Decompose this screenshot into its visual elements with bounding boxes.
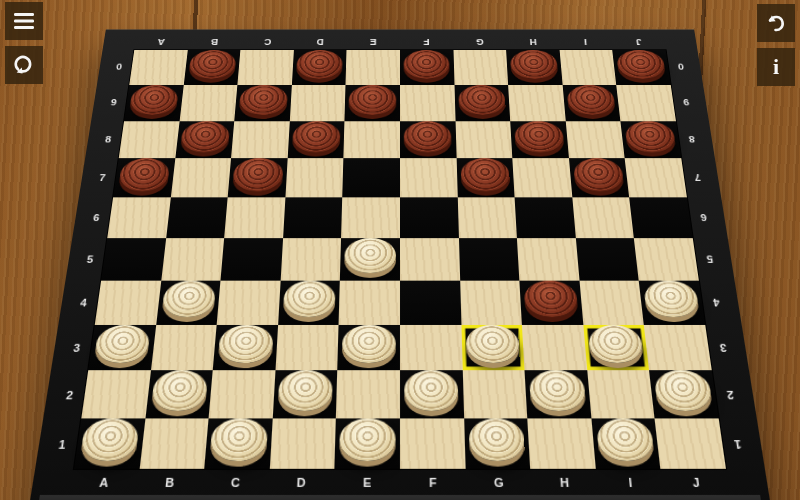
white-piece-G3[interactable] <box>465 324 520 363</box>
square-E9[interactable] <box>345 84 400 120</box>
square-B3[interactable] <box>151 324 217 370</box>
square-F6[interactable] <box>400 197 459 238</box>
scene: ABCDEFGHIJ 0987654321 0987654321 ABCDEFG… <box>0 0 800 500</box>
white-piece-J4[interactable] <box>643 280 700 317</box>
square-E2[interactable] <box>336 370 400 418</box>
square-I4[interactable] <box>579 280 644 324</box>
col-label-top-J: J <box>612 34 667 49</box>
square-C7[interactable] <box>228 158 288 197</box>
row-label-right-3: 3 <box>706 324 740 370</box>
white-piece-C1[interactable] <box>210 418 268 460</box>
square-A9[interactable] <box>124 84 183 120</box>
square-G9[interactable] <box>454 84 510 120</box>
square-I9[interactable] <box>562 84 620 120</box>
white-piece-J2[interactable] <box>654 370 713 410</box>
square-J8[interactable] <box>621 120 682 158</box>
white-piece-G1[interactable] <box>468 418 525 460</box>
red-piece-D8[interactable] <box>292 120 341 151</box>
square-C6[interactable] <box>224 197 285 238</box>
square-E0[interactable] <box>346 50 400 85</box>
red-piece-I9[interactable] <box>566 84 616 114</box>
red-piece-H0[interactable] <box>510 50 558 79</box>
square-G4[interactable] <box>460 280 522 324</box>
col-label-top-A: A <box>133 34 188 49</box>
highlighted-square-I3[interactable] <box>583 324 649 370</box>
square-C8[interactable] <box>231 120 289 158</box>
square-D6[interactable] <box>283 197 343 238</box>
square-I5[interactable] <box>576 238 639 280</box>
square-H3[interactable] <box>522 324 587 370</box>
col-label-bottom-H: H <box>531 469 599 494</box>
row-label-right-1: 1 <box>720 419 756 469</box>
col-label-bottom-J: J <box>662 469 731 494</box>
square-D5[interactable] <box>280 238 341 280</box>
square-E6[interactable] <box>341 197 400 238</box>
row-label-right-8: 8 <box>677 120 707 158</box>
square-H9[interactable] <box>508 84 565 120</box>
square-D4[interactable] <box>278 280 340 324</box>
col-label-top-B: B <box>187 34 242 49</box>
square-A3[interactable] <box>88 324 156 370</box>
square-I2[interactable] <box>587 370 655 418</box>
row-label-right-7: 7 <box>682 158 713 197</box>
square-B1[interactable] <box>139 418 209 468</box>
col-label-top-C: C <box>240 34 294 49</box>
square-C3[interactable] <box>213 324 278 370</box>
row-label-right-2: 2 <box>713 371 748 419</box>
col-label-top-I: I <box>559 34 614 49</box>
square-B4[interactable] <box>156 280 221 324</box>
red-piece-G7[interactable] <box>460 158 510 191</box>
square-B0[interactable] <box>183 50 240 85</box>
white-piece-I1[interactable] <box>596 418 656 460</box>
col-label-bottom-A: A <box>69 469 138 494</box>
red-piece-F8[interactable] <box>404 120 452 151</box>
square-E4[interactable] <box>339 280 400 324</box>
square-A4[interactable] <box>95 280 161 324</box>
bottom-column-labels: ABCDEFGHIJ <box>69 469 731 494</box>
white-piece-I3[interactable] <box>587 324 644 363</box>
square-G6[interactable] <box>457 197 517 238</box>
square-C5[interactable] <box>221 238 283 280</box>
square-E8[interactable] <box>344 120 400 158</box>
restart-icon <box>12 53 36 77</box>
white-piece-F2[interactable] <box>404 370 459 410</box>
square-H8[interactable] <box>510 120 568 158</box>
square-E7[interactable] <box>343 158 400 197</box>
col-label-top-D: D <box>293 34 347 49</box>
square-A2[interactable] <box>81 370 150 418</box>
square-I8[interactable] <box>566 120 625 158</box>
square-E3[interactable] <box>338 324 400 370</box>
red-piece-E9[interactable] <box>349 84 396 114</box>
square-J1[interactable] <box>655 418 726 468</box>
square-G7[interactable] <box>456 158 515 197</box>
square-H1[interactable] <box>527 418 595 468</box>
menu-button[interactable] <box>5 2 43 40</box>
square-B7[interactable] <box>170 158 231 197</box>
square-I6[interactable] <box>572 197 634 238</box>
highlighted-square-G3[interactable] <box>461 324 525 370</box>
undo-button[interactable] <box>757 4 795 42</box>
checkers-board: ABCDEFGHIJ 0987654321 0987654321 ABCDEFG… <box>25 29 774 500</box>
white-piece-D2[interactable] <box>277 370 333 410</box>
square-A7[interactable] <box>113 158 175 197</box>
red-piece-J8[interactable] <box>625 120 677 151</box>
restart-button[interactable] <box>5 46 43 84</box>
square-D3[interactable] <box>275 324 339 370</box>
square-H5[interactable] <box>517 238 579 280</box>
red-piece-A7[interactable] <box>118 158 171 191</box>
square-B2[interactable] <box>145 370 213 418</box>
row-label-right-9: 9 <box>672 84 702 120</box>
white-piece-E1[interactable] <box>340 418 396 460</box>
square-D1[interactable] <box>270 418 337 468</box>
col-label-bottom-B: B <box>135 469 203 494</box>
square-H2[interactable] <box>525 370 592 418</box>
square-G2[interactable] <box>462 370 527 418</box>
white-piece-E5[interactable] <box>345 238 396 273</box>
col-label-top-E: E <box>347 34 400 49</box>
square-I1[interactable] <box>591 418 661 468</box>
row-label-right-0: 0 <box>667 49 696 84</box>
col-label-top-F: F <box>400 34 453 49</box>
col-label-bottom-I: I <box>596 469 664 494</box>
hamburger-menu-icon <box>13 12 35 30</box>
square-E1[interactable] <box>335 418 400 468</box>
square-H4[interactable] <box>520 280 584 324</box>
square-J7[interactable] <box>625 158 687 197</box>
square-C4[interactable] <box>217 280 281 324</box>
red-piece-C7[interactable] <box>232 158 283 191</box>
square-F8[interactable] <box>400 120 456 158</box>
square-F9[interactable] <box>400 84 455 120</box>
square-D8[interactable] <box>287 120 344 158</box>
red-piece-B8[interactable] <box>180 120 231 151</box>
square-J6[interactable] <box>630 197 693 238</box>
white-piece-H2[interactable] <box>529 370 586 410</box>
square-D2[interactable] <box>273 370 338 418</box>
board-frame: ABCDEFGHIJ 0987654321 0987654321 ABCDEFG… <box>25 30 774 500</box>
square-G0[interactable] <box>453 50 508 85</box>
square-F4[interactable] <box>400 280 461 324</box>
white-piece-C3[interactable] <box>218 324 274 363</box>
red-piece-I7[interactable] <box>573 158 625 191</box>
square-C1[interactable] <box>204 418 272 468</box>
red-piece-G9[interactable] <box>458 84 506 114</box>
square-A1[interactable] <box>74 418 145 468</box>
square-F0[interactable] <box>400 50 454 85</box>
square-G8[interactable] <box>455 120 512 158</box>
square-E5[interactable] <box>340 238 400 280</box>
square-F5[interactable] <box>400 238 460 280</box>
square-F7[interactable] <box>400 158 457 197</box>
square-J5[interactable] <box>634 238 699 280</box>
row-label-right-6: 6 <box>688 197 720 238</box>
row-label-right-5: 5 <box>694 238 727 280</box>
top-column-labels: ABCDEFGHIJ <box>133 34 666 49</box>
square-J2[interactable] <box>649 370 718 418</box>
square-J3[interactable] <box>644 324 712 370</box>
square-A0[interactable] <box>129 50 187 85</box>
square-G5[interactable] <box>459 238 520 280</box>
row-label-right-4: 4 <box>700 280 733 324</box>
board-grid <box>73 49 727 470</box>
square-A8[interactable] <box>119 120 180 158</box>
square-H7[interactable] <box>513 158 573 197</box>
red-piece-H4[interactable] <box>524 280 579 317</box>
red-piece-D0[interactable] <box>296 50 343 79</box>
col-label-bottom-D: D <box>268 469 335 494</box>
col-label-bottom-F: F <box>400 469 466 494</box>
undo-icon <box>764 11 788 35</box>
square-A6[interactable] <box>107 197 170 238</box>
square-D7[interactable] <box>285 158 344 197</box>
square-J0[interactable] <box>613 50 671 85</box>
col-label-top-H: H <box>506 34 560 49</box>
status-bar: BEGINNER LEVEL Mandatory Jump! <box>34 494 765 500</box>
square-B8[interactable] <box>175 120 234 158</box>
red-piece-H8[interactable] <box>514 120 564 151</box>
white-piece-A3[interactable] <box>94 324 152 363</box>
white-piece-A1[interactable] <box>80 418 141 460</box>
white-piece-E3[interactable] <box>342 324 396 363</box>
square-I7[interactable] <box>569 158 630 197</box>
white-piece-B4[interactable] <box>161 280 217 317</box>
col-label-top-G: G <box>453 34 507 49</box>
square-B5[interactable] <box>161 238 224 280</box>
square-F2[interactable] <box>400 370 464 418</box>
red-piece-C9[interactable] <box>239 84 288 114</box>
white-piece-B2[interactable] <box>150 370 208 410</box>
col-label-bottom-G: G <box>465 469 532 494</box>
square-C2[interactable] <box>209 370 276 418</box>
square-C0[interactable] <box>238 50 294 85</box>
square-I0[interactable] <box>559 50 616 85</box>
square-D0[interactable] <box>292 50 347 85</box>
white-piece-D4[interactable] <box>283 280 336 317</box>
red-piece-A9[interactable] <box>129 84 180 114</box>
red-piece-J0[interactable] <box>616 50 666 79</box>
square-J4[interactable] <box>639 280 705 324</box>
square-C9[interactable] <box>234 84 291 120</box>
square-H0[interactable] <box>506 50 562 85</box>
info-icon: i <box>773 56 779 78</box>
square-B6[interactable] <box>166 197 228 238</box>
info-button[interactable]: i <box>757 48 795 86</box>
square-G1[interactable] <box>464 418 531 468</box>
square-J9[interactable] <box>617 84 676 120</box>
square-F1[interactable] <box>400 418 465 468</box>
col-label-bottom-C: C <box>201 469 269 494</box>
red-piece-F0[interactable] <box>404 50 450 79</box>
square-A5[interactable] <box>101 238 166 280</box>
square-D9[interactable] <box>290 84 346 120</box>
square-F3[interactable] <box>400 324 462 370</box>
square-B9[interactable] <box>179 84 237 120</box>
red-piece-B0[interactable] <box>188 50 237 79</box>
col-label-bottom-E: E <box>334 469 400 494</box>
square-H6[interactable] <box>515 197 576 238</box>
